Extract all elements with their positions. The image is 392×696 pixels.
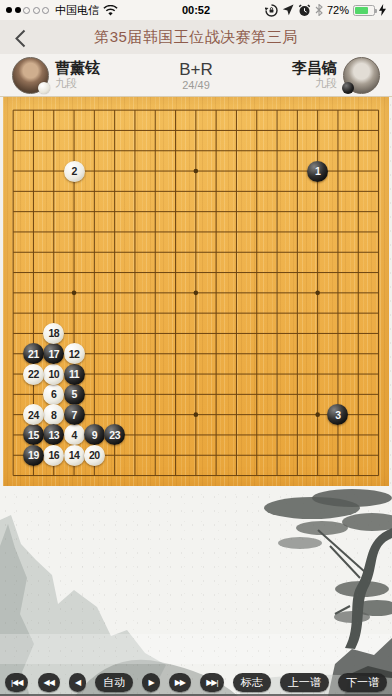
pine-tree	[264, 489, 392, 649]
fast-rewind-button[interactable]: ◀◀	[38, 673, 60, 692]
battery-fill	[355, 7, 368, 14]
chevron-left-icon	[15, 29, 26, 48]
player-left-rank: 九段	[55, 76, 100, 90]
step-back-button[interactable]: ◀	[69, 673, 86, 692]
clock: 00:52	[0, 4, 392, 16]
player-right-name: 李昌镐	[292, 59, 337, 76]
auto-play-button[interactable]: 自动	[95, 673, 133, 692]
player-left-name: 曹薰铉	[55, 59, 100, 76]
stone-white-10: 10	[43, 364, 64, 385]
stone-white-24: 24	[23, 404, 44, 425]
stone-white-2: 2	[64, 161, 85, 182]
ink-painting-background	[0, 486, 392, 696]
player-left: 曹薰铉 九段	[12, 57, 100, 94]
nav-bar: 第35届韩国王位战决赛第三局	[0, 20, 392, 54]
fast-forward-button[interactable]: ▶▶	[169, 673, 191, 692]
black-stone-badge-icon	[342, 82, 354, 94]
stone-black-11: 11	[64, 364, 85, 385]
stone-white-8: 8	[43, 404, 64, 425]
stone-white-12: 12	[64, 343, 85, 364]
battery-icon	[353, 5, 375, 16]
stone-white-16: 16	[43, 445, 64, 466]
skip-start-button[interactable]: |◀◀	[5, 673, 28, 692]
stone-black-21: 21	[23, 343, 44, 364]
prev-kifu-button[interactable]: 上一谱	[280, 673, 329, 692]
phone-screen: 中国电信 00:52	[0, 0, 392, 696]
stone-black-1: 1	[307, 161, 328, 182]
avatar-left	[12, 57, 49, 94]
mark-button[interactable]: 标志	[233, 673, 271, 692]
stone-black-15: 15	[23, 424, 44, 445]
stone-black-3: 3	[327, 404, 348, 425]
player-bar: 曹薰铉 九段 B+R 24/49 李昌镐 九段	[0, 54, 392, 97]
board-grid: 123456789101112131415161718192021222324	[3, 100, 389, 486]
stone-white-20: 20	[84, 445, 105, 466]
go-board[interactable]: 123456789101112131415161718192021222324	[3, 97, 389, 486]
stone-black-5: 5	[64, 384, 85, 405]
player-right: 李昌镐 九段	[292, 57, 380, 94]
stone-white-4: 4	[64, 424, 85, 445]
page-title: 第35届韩国王位战决赛第三局	[0, 28, 392, 47]
stone-black-13: 13	[43, 424, 64, 445]
stone-black-19: 19	[23, 445, 44, 466]
stone-black-23: 23	[104, 424, 125, 445]
player-right-rank: 九段	[292, 76, 337, 90]
skip-end-button[interactable]: ▶▶|	[200, 673, 223, 692]
stone-white-14: 14	[64, 445, 85, 466]
white-stone-badge-icon	[38, 82, 50, 94]
step-forward-button[interactable]: ▶	[142, 673, 159, 692]
playback-controls: |◀◀◀◀◀自动▶▶▶▶▶|标志上一谱下一谱	[0, 673, 392, 692]
stone-white-6: 6	[43, 384, 64, 405]
stone-black-17: 17	[43, 343, 64, 364]
stone-white-18: 18	[43, 323, 64, 344]
stone-layer: 123456789101112131415161718192021222324	[3, 100, 389, 486]
avatar-right	[343, 57, 380, 94]
back-button[interactable]	[8, 26, 32, 50]
stone-black-9: 9	[84, 424, 105, 445]
next-kifu-button[interactable]: 下一谱	[338, 673, 387, 692]
stone-white-22: 22	[23, 364, 44, 385]
status-bar: 中国电信 00:52	[0, 0, 392, 20]
stone-black-7: 7	[64, 404, 85, 425]
